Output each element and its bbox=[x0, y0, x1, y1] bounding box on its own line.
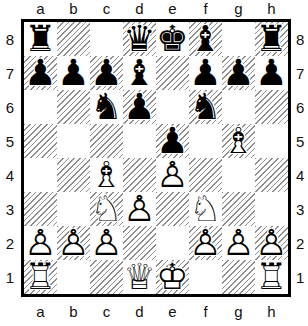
piece-white-rook[interactable]: ♜︎♖︎ bbox=[255, 260, 288, 294]
file-label-top-c: c bbox=[90, 0, 123, 18]
piece-white-bishop[interactable]: ♝︎♗︎ bbox=[222, 124, 255, 158]
file-label-top-h: h bbox=[255, 0, 288, 18]
square-b4[interactable] bbox=[57, 158, 90, 192]
piece-black-pawn[interactable]: ♟︎ bbox=[90, 56, 123, 90]
square-h3[interactable] bbox=[255, 192, 288, 226]
file-label-top-e: e bbox=[156, 0, 189, 18]
square-e1[interactable]: ♚︎♔︎ bbox=[156, 260, 189, 294]
square-d7[interactable]: ♝︎ bbox=[123, 56, 156, 90]
square-h8[interactable]: ♜︎ bbox=[255, 22, 288, 56]
rank-label-left-7: 7 bbox=[0, 56, 18, 90]
square-e4[interactable]: ♟︎♙︎ bbox=[156, 158, 189, 192]
file-label-bottom-e: e bbox=[156, 303, 189, 320]
rank-label-right-3: 3 bbox=[293, 192, 308, 226]
square-d5[interactable] bbox=[123, 124, 156, 158]
piece-glyph: ♟︎ bbox=[123, 90, 156, 124]
piece-outline-layer: ♙︎ bbox=[156, 158, 189, 192]
piece-glyph: ♟︎ bbox=[189, 56, 222, 90]
piece-glyph: ♞︎ bbox=[90, 90, 123, 124]
piece-white-pawn[interactable]: ♟︎♙︎ bbox=[57, 226, 90, 260]
square-e8[interactable]: ♚︎ bbox=[156, 22, 189, 56]
piece-outline-layer: ♖︎ bbox=[255, 260, 288, 294]
file-label-bottom-a: a bbox=[24, 303, 57, 320]
square-a8[interactable]: ♜︎ bbox=[24, 22, 57, 56]
piece-glyph: ♚︎ bbox=[156, 22, 189, 56]
square-a5[interactable] bbox=[24, 124, 57, 158]
file-label-bottom-d: d bbox=[123, 303, 156, 320]
square-b1[interactable] bbox=[57, 260, 90, 294]
square-e3[interactable] bbox=[156, 192, 189, 226]
square-b8[interactable] bbox=[57, 22, 90, 56]
square-g4[interactable] bbox=[222, 158, 255, 192]
piece-glyph: ♟︎ bbox=[156, 124, 189, 158]
square-a6[interactable] bbox=[24, 90, 57, 124]
piece-outline-layer: ♕︎ bbox=[123, 260, 156, 294]
square-h7[interactable]: ♟︎ bbox=[255, 56, 288, 90]
file-label-bottom-c: c bbox=[90, 303, 123, 320]
piece-glyph: ♟︎ bbox=[222, 56, 255, 90]
square-a3[interactable] bbox=[24, 192, 57, 226]
piece-white-pawn[interactable]: ♟︎♙︎ bbox=[24, 226, 57, 260]
piece-outline-layer: ♗︎ bbox=[222, 124, 255, 158]
piece-black-pawn[interactable]: ♟︎ bbox=[222, 56, 255, 90]
square-h5[interactable] bbox=[255, 124, 288, 158]
piece-outline-layer: ♘︎ bbox=[189, 192, 222, 226]
piece-black-pawn[interactable]: ♟︎ bbox=[57, 56, 90, 90]
piece-glyph: ♝︎ bbox=[123, 56, 156, 90]
chess-diagram: abcdefgh 87654321 ♜︎♛︎♚︎♝︎♜︎♟︎♟︎♟︎♝︎♟︎♟︎… bbox=[0, 0, 308, 326]
square-c5[interactable] bbox=[90, 124, 123, 158]
square-c4[interactable]: ♝︎♗︎ bbox=[90, 158, 123, 192]
rank-label-left-3: 3 bbox=[0, 192, 18, 226]
file-label-top-a: a bbox=[24, 0, 57, 18]
rank-label-left-4: 4 bbox=[0, 158, 18, 192]
piece-black-pawn[interactable]: ♟︎ bbox=[123, 90, 156, 124]
square-f1[interactable] bbox=[189, 260, 222, 294]
file-label-bottom-b: b bbox=[57, 303, 90, 320]
piece-white-pawn[interactable]: ♟︎♙︎ bbox=[255, 226, 288, 260]
piece-white-bishop[interactable]: ♝︎♗︎ bbox=[90, 158, 123, 192]
rank-label-left-8: 8 bbox=[0, 22, 18, 56]
square-a1[interactable]: ♜︎♖︎ bbox=[24, 260, 57, 294]
file-label-bottom-f: f bbox=[189, 303, 222, 320]
piece-black-pawn[interactable]: ♟︎ bbox=[189, 56, 222, 90]
square-e7[interactable] bbox=[156, 56, 189, 90]
square-d1[interactable]: ♛︎♕︎ bbox=[123, 260, 156, 294]
square-d8[interactable]: ♛︎ bbox=[123, 22, 156, 56]
square-d2[interactable] bbox=[123, 226, 156, 260]
square-d3[interactable]: ♟︎♙︎ bbox=[123, 192, 156, 226]
rank-label-left-2: 2 bbox=[0, 226, 18, 260]
square-c7[interactable]: ♟︎ bbox=[90, 56, 123, 90]
square-d6[interactable]: ♟︎ bbox=[123, 90, 156, 124]
square-b3[interactable] bbox=[57, 192, 90, 226]
square-a4[interactable] bbox=[24, 158, 57, 192]
rank-label-right-5: 5 bbox=[293, 124, 308, 158]
piece-outline-layer: ♙︎ bbox=[255, 226, 288, 260]
rank-label-left-5: 5 bbox=[0, 124, 18, 158]
piece-black-bishop[interactable]: ♝︎ bbox=[123, 56, 156, 90]
piece-white-pawn[interactable]: ♟︎♙︎ bbox=[189, 226, 222, 260]
rank-label-right-1: 1 bbox=[293, 260, 308, 294]
square-d4[interactable] bbox=[123, 158, 156, 192]
file-label-top-f: f bbox=[189, 0, 222, 18]
file-labels-top: abcdefgh bbox=[24, 0, 288, 18]
piece-black-pawn[interactable]: ♟︎ bbox=[24, 56, 57, 90]
piece-white-pawn[interactable]: ♟︎♙︎ bbox=[222, 226, 255, 260]
piece-glyph: ♟︎ bbox=[24, 56, 57, 90]
piece-black-pawn[interactable]: ♟︎ bbox=[255, 56, 288, 90]
rank-label-right-4: 4 bbox=[293, 158, 308, 192]
square-h2[interactable]: ♟︎♙︎ bbox=[255, 226, 288, 260]
rank-label-right-2: 2 bbox=[293, 226, 308, 260]
piece-white-pawn[interactable]: ♟︎♙︎ bbox=[90, 226, 123, 260]
square-c8[interactable] bbox=[90, 22, 123, 56]
square-g6[interactable] bbox=[222, 90, 255, 124]
square-f4[interactable] bbox=[189, 158, 222, 192]
rank-label-right-8: 8 bbox=[293, 22, 308, 56]
square-b7[interactable]: ♟︎ bbox=[57, 56, 90, 90]
piece-outline-layer: ♗︎ bbox=[90, 158, 123, 192]
piece-white-pawn[interactable]: ♟︎♙︎ bbox=[123, 192, 156, 226]
square-f3[interactable]: ♞︎♘︎ bbox=[189, 192, 222, 226]
square-g1[interactable] bbox=[222, 260, 255, 294]
piece-white-king[interactable]: ♚︎♔︎ bbox=[156, 260, 189, 294]
piece-white-queen[interactable]: ♛︎♕︎ bbox=[123, 260, 156, 294]
square-a2[interactable]: ♟︎♙︎ bbox=[24, 226, 57, 260]
file-label-top-g: g bbox=[222, 0, 255, 18]
square-f5[interactable] bbox=[189, 124, 222, 158]
piece-black-rook[interactable]: ♜︎ bbox=[24, 22, 57, 56]
piece-white-knight[interactable]: ♞︎♘︎ bbox=[189, 192, 222, 226]
square-b5[interactable] bbox=[57, 124, 90, 158]
file-labels-bottom: abcdefgh bbox=[24, 297, 288, 326]
piece-black-king[interactable]: ♚︎ bbox=[156, 22, 189, 56]
piece-white-pawn[interactable]: ♟︎♙︎ bbox=[156, 158, 189, 192]
piece-black-rook[interactable]: ♜︎ bbox=[255, 22, 288, 56]
square-e2[interactable] bbox=[156, 226, 189, 260]
square-c3[interactable]: ♞︎♘︎ bbox=[90, 192, 123, 226]
square-g3[interactable] bbox=[222, 192, 255, 226]
piece-glyph: ♜︎ bbox=[24, 22, 57, 56]
square-f8[interactable]: ♝︎ bbox=[189, 22, 222, 56]
piece-outline-layer: ♙︎ bbox=[222, 226, 255, 260]
piece-outline-layer: ♙︎ bbox=[189, 226, 222, 260]
piece-outline-layer: ♙︎ bbox=[57, 226, 90, 260]
piece-black-bishop[interactable]: ♝︎ bbox=[189, 22, 222, 56]
rank-labels-right: 87654321 bbox=[293, 22, 308, 294]
square-g7[interactable]: ♟︎ bbox=[222, 56, 255, 90]
piece-outline-layer: ♖︎ bbox=[24, 260, 57, 294]
piece-white-knight[interactable]: ♞︎♘︎ bbox=[90, 192, 123, 226]
rank-label-left-1: 1 bbox=[0, 260, 18, 294]
piece-outline-layer: ♙︎ bbox=[90, 226, 123, 260]
square-b2[interactable]: ♟︎♙︎ bbox=[57, 226, 90, 260]
square-b6[interactable] bbox=[57, 90, 90, 124]
square-a7[interactable]: ♟︎ bbox=[24, 56, 57, 90]
chess-board: ♜︎♛︎♚︎♝︎♜︎♟︎♟︎♟︎♝︎♟︎♟︎♟︎♞︎♟︎♞︎♟︎♝︎♗︎♝︎♗︎… bbox=[21, 19, 291, 297]
piece-glyph: ♛︎ bbox=[123, 22, 156, 56]
piece-glyph: ♟︎ bbox=[255, 56, 288, 90]
piece-black-knight[interactable]: ♞︎ bbox=[189, 90, 222, 124]
file-label-bottom-h: h bbox=[255, 303, 288, 320]
square-e5[interactable]: ♟︎ bbox=[156, 124, 189, 158]
piece-black-pawn[interactable]: ♟︎ bbox=[156, 124, 189, 158]
square-f7[interactable]: ♟︎ bbox=[189, 56, 222, 90]
file-label-bottom-g: g bbox=[222, 303, 255, 320]
piece-white-rook[interactable]: ♜︎♖︎ bbox=[24, 260, 57, 294]
piece-black-knight[interactable]: ♞︎ bbox=[90, 90, 123, 124]
square-h6[interactable] bbox=[255, 90, 288, 124]
piece-glyph: ♟︎ bbox=[57, 56, 90, 90]
rank-label-left-6: 6 bbox=[0, 90, 18, 124]
rank-label-right-6: 6 bbox=[293, 90, 308, 124]
square-c1[interactable] bbox=[90, 260, 123, 294]
square-g8[interactable] bbox=[222, 22, 255, 56]
file-label-top-b: b bbox=[57, 0, 90, 18]
piece-outline-layer: ♙︎ bbox=[123, 192, 156, 226]
piece-outline-layer: ♘︎ bbox=[90, 192, 123, 226]
square-g5[interactable]: ♝︎♗︎ bbox=[222, 124, 255, 158]
piece-outline-layer: ♔︎ bbox=[156, 260, 189, 294]
rank-label-right-7: 7 bbox=[293, 56, 308, 90]
file-label-top-d: d bbox=[123, 0, 156, 18]
square-h4[interactable] bbox=[255, 158, 288, 192]
rank-labels-left: 87654321 bbox=[0, 22, 18, 294]
piece-glyph: ♞︎ bbox=[189, 90, 222, 124]
square-c6[interactable]: ♞︎ bbox=[90, 90, 123, 124]
square-f2[interactable]: ♟︎♙︎ bbox=[189, 226, 222, 260]
square-h1[interactable]: ♜︎♖︎ bbox=[255, 260, 288, 294]
square-f6[interactable]: ♞︎ bbox=[189, 90, 222, 124]
square-c2[interactable]: ♟︎♙︎ bbox=[90, 226, 123, 260]
square-g2[interactable]: ♟︎♙︎ bbox=[222, 226, 255, 260]
piece-glyph: ♝︎ bbox=[189, 22, 222, 56]
piece-black-queen[interactable]: ♛︎ bbox=[123, 22, 156, 56]
square-e6[interactable] bbox=[156, 90, 189, 124]
piece-glyph: ♟︎ bbox=[90, 56, 123, 90]
piece-outline-layer: ♙︎ bbox=[24, 226, 57, 260]
piece-glyph: ♜︎ bbox=[255, 22, 288, 56]
